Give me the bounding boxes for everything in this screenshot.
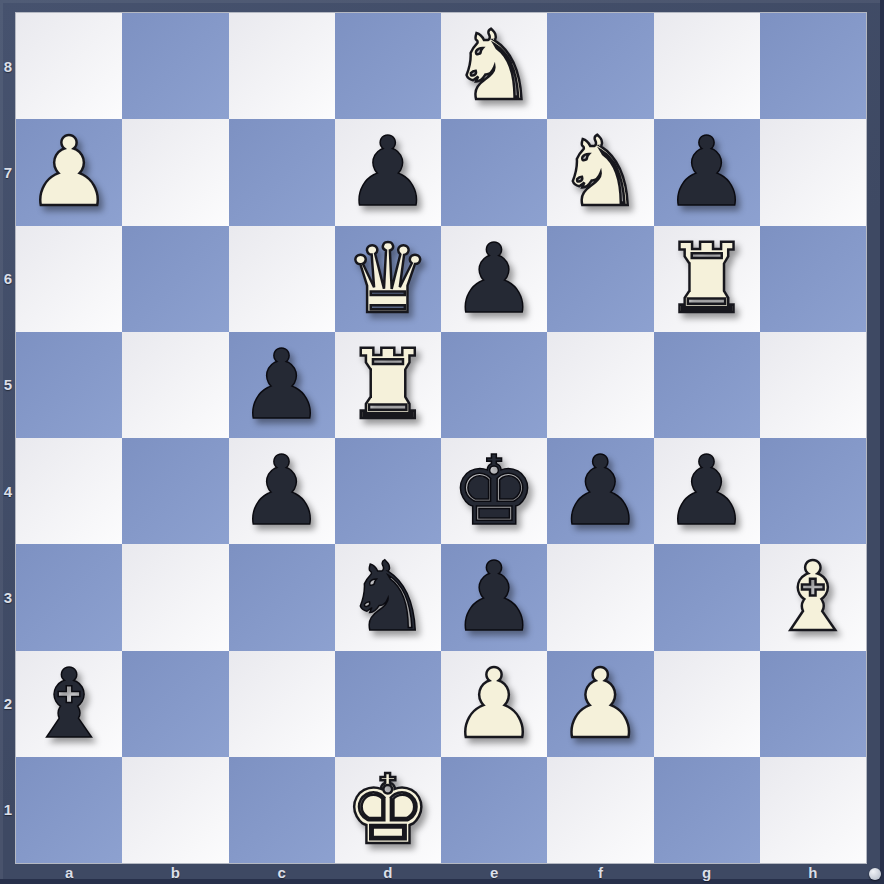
- square-h6[interactable]: [760, 226, 866, 332]
- square-h7[interactable]: [760, 119, 866, 225]
- square-a3[interactable]: [16, 544, 122, 650]
- piece-white-knight-f7[interactable]: ♞: [557, 119, 643, 225]
- square-c8[interactable]: [229, 13, 335, 119]
- square-f2[interactable]: ♟: [547, 651, 653, 757]
- square-h1[interactable]: [760, 757, 866, 863]
- square-g4[interactable]: ♟: [654, 438, 760, 544]
- square-h5[interactable]: [760, 332, 866, 438]
- piece-white-king-d1[interactable]: ♚: [345, 757, 431, 863]
- square-c4[interactable]: ♟: [229, 438, 335, 544]
- rank-label-7: 7: [0, 119, 16, 225]
- square-b7[interactable]: [122, 119, 228, 225]
- square-e4[interactable]: ♚: [441, 438, 547, 544]
- file-label-g: g: [654, 862, 760, 882]
- side-to-move-indicator: [869, 868, 881, 880]
- square-d6[interactable]: ♛: [335, 226, 441, 332]
- piece-white-queen-d6[interactable]: ♛: [345, 226, 431, 332]
- piece-black-pawn-g4[interactable]: ♟: [664, 438, 750, 544]
- square-b1[interactable]: [122, 757, 228, 863]
- square-a8[interactable]: [16, 13, 122, 119]
- square-a7[interactable]: ♟: [16, 119, 122, 225]
- piece-black-pawn-c5[interactable]: ♟: [239, 332, 325, 438]
- rank-label-6: 6: [0, 226, 16, 332]
- square-e5[interactable]: [441, 332, 547, 438]
- square-g1[interactable]: [654, 757, 760, 863]
- piece-white-rook-g6[interactable]: ♜: [664, 226, 750, 332]
- square-a5[interactable]: [16, 332, 122, 438]
- square-b2[interactable]: [122, 651, 228, 757]
- rank-label-4: 4: [0, 438, 16, 544]
- piece-black-bishop-a2[interactable]: ♝: [26, 651, 112, 757]
- file-label-b: b: [122, 862, 228, 882]
- square-f3[interactable]: [547, 544, 653, 650]
- square-d5[interactable]: ♜: [335, 332, 441, 438]
- square-e8[interactable]: ♞: [441, 13, 547, 119]
- file-label-a: a: [16, 862, 122, 882]
- square-d8[interactable]: [335, 13, 441, 119]
- square-h2[interactable]: [760, 651, 866, 757]
- square-e1[interactable]: [441, 757, 547, 863]
- file-label-d: d: [335, 862, 441, 882]
- square-a4[interactable]: [16, 438, 122, 544]
- square-b8[interactable]: [122, 13, 228, 119]
- square-c7[interactable]: [229, 119, 335, 225]
- square-a6[interactable]: [16, 226, 122, 332]
- square-a2[interactable]: ♝: [16, 651, 122, 757]
- square-h4[interactable]: [760, 438, 866, 544]
- square-d1[interactable]: ♚: [335, 757, 441, 863]
- piece-black-pawn-c4[interactable]: ♟: [239, 438, 325, 544]
- square-a1[interactable]: [16, 757, 122, 863]
- file-label-f: f: [547, 862, 653, 882]
- piece-black-knight-d3[interactable]: ♞: [345, 544, 431, 650]
- rank-label-8: 8: [0, 13, 16, 119]
- piece-black-pawn-e6[interactable]: ♟: [451, 226, 537, 332]
- rank-label-1: 1: [0, 757, 16, 863]
- piece-white-pawn-a7[interactable]: ♟: [26, 119, 112, 225]
- piece-white-pawn-e2[interactable]: ♟: [451, 651, 537, 757]
- square-b3[interactable]: [122, 544, 228, 650]
- square-c3[interactable]: [229, 544, 335, 650]
- rank-label-5: 5: [0, 332, 16, 438]
- square-b6[interactable]: [122, 226, 228, 332]
- square-h3[interactable]: ♝: [760, 544, 866, 650]
- square-f5[interactable]: [547, 332, 653, 438]
- piece-white-knight-e8[interactable]: ♞: [451, 13, 537, 119]
- piece-black-king-e4[interactable]: ♚: [451, 438, 537, 544]
- file-label-e: e: [441, 862, 547, 882]
- square-f8[interactable]: [547, 13, 653, 119]
- square-c5[interactable]: ♟: [229, 332, 335, 438]
- square-g3[interactable]: [654, 544, 760, 650]
- chess-board: ♞♟♟♞♟♛♟♜♟♜♟♚♟♟♞♟♝♝♟♟♚: [16, 13, 866, 863]
- file-label-c: c: [229, 862, 335, 882]
- square-f6[interactable]: [547, 226, 653, 332]
- square-f1[interactable]: [547, 757, 653, 863]
- square-e7[interactable]: [441, 119, 547, 225]
- file-label-h: h: [760, 862, 866, 882]
- square-g5[interactable]: [654, 332, 760, 438]
- piece-black-pawn-g7[interactable]: ♟: [664, 119, 750, 225]
- square-h8[interactable]: [760, 13, 866, 119]
- piece-white-pawn-f2[interactable]: ♟: [557, 651, 643, 757]
- square-g6[interactable]: ♜: [654, 226, 760, 332]
- rank-label-3: 3: [0, 544, 16, 650]
- square-d2[interactable]: [335, 651, 441, 757]
- piece-white-bishop-h3[interactable]: ♝: [770, 544, 856, 650]
- square-b4[interactable]: [122, 438, 228, 544]
- rank-label-2: 2: [0, 651, 16, 757]
- square-f4[interactable]: ♟: [547, 438, 653, 544]
- square-d4[interactable]: [335, 438, 441, 544]
- square-c2[interactable]: [229, 651, 335, 757]
- square-e6[interactable]: ♟: [441, 226, 547, 332]
- piece-black-pawn-e3[interactable]: ♟: [451, 544, 537, 650]
- square-e2[interactable]: ♟: [441, 651, 547, 757]
- square-c6[interactable]: [229, 226, 335, 332]
- chess-board-frame: ♞♟♟♞♟♛♟♜♟♜♟♚♟♟♞♟♝♝♟♟♚ 87654321 abcdefgh: [0, 0, 884, 884]
- square-f7[interactable]: ♞: [547, 119, 653, 225]
- piece-black-pawn-d7[interactable]: ♟: [345, 119, 431, 225]
- piece-white-rook-d5[interactable]: ♜: [345, 332, 431, 438]
- square-d7[interactable]: ♟: [335, 119, 441, 225]
- square-g8[interactable]: [654, 13, 760, 119]
- square-g2[interactable]: [654, 651, 760, 757]
- square-d3[interactable]: ♞: [335, 544, 441, 650]
- square-g7[interactable]: ♟: [654, 119, 760, 225]
- piece-black-pawn-f4[interactable]: ♟: [557, 438, 643, 544]
- square-b5[interactable]: [122, 332, 228, 438]
- square-e3[interactable]: ♟: [441, 544, 547, 650]
- square-c1[interactable]: [229, 757, 335, 863]
